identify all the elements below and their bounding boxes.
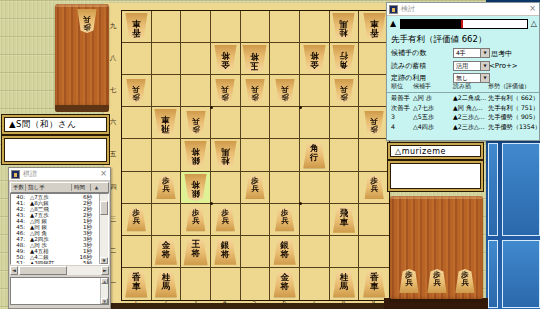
piece-銀将-sente: 銀将	[184, 141, 207, 168]
piece-銀将-gote: 銀将	[214, 238, 237, 265]
setting-candidates: 候補手の数 4手 ▼	[391, 48, 426, 59]
board-cell-5五[interactable]	[241, 139, 271, 171]
piece-歩兵-sente: 歩兵	[245, 79, 265, 103]
piece-銀将-sente: 銀将	[184, 174, 207, 201]
board-cell-1六[interactable]	[122, 107, 152, 139]
evaluation-bar	[400, 19, 528, 29]
board-cell-8一[interactable]: 桂馬	[330, 268, 360, 300]
kifu-title-bar: 棋譜 ×	[9, 168, 110, 181]
board-cell-3七[interactable]	[181, 75, 211, 107]
candidate-eval: 先手有利（ 662）	[488, 93, 539, 103]
board-cell-2八[interactable]	[152, 43, 182, 75]
board-cell-1三[interactable]: 歩兵	[122, 204, 152, 236]
move-text: ▲3四銀打	[26, 260, 72, 265]
board-cell-9七[interactable]	[359, 75, 389, 107]
header-line: 読み筋	[453, 82, 471, 91]
hoshi-dot	[210, 106, 213, 109]
piece-飛車-gote: 飛車	[332, 206, 355, 233]
board-cell-8七[interactable]: 歩兵	[330, 75, 360, 107]
piece-角行-gote: 角行	[303, 141, 326, 168]
gote-mark: △	[531, 19, 537, 28]
board-cell-6五[interactable]	[270, 139, 300, 171]
board-cell-8三[interactable]: 飛車	[330, 204, 360, 236]
hoshi-dot	[299, 106, 302, 109]
file-label-6: 6	[280, 299, 288, 305]
board-cell-6二[interactable]: 銀将	[270, 236, 300, 268]
candidate-eval: 先手有利（ 751）	[488, 103, 539, 113]
board-cell-5四[interactable]: 歩兵	[241, 172, 271, 204]
sente-mark: ▲	[390, 19, 396, 28]
shogi-board: 香車桂馬香車金将玉将金将角行歩兵歩兵歩兵歩兵歩兵飛車歩兵歩兵銀将桂馬角行歩兵銀将…	[104, 3, 390, 303]
board-cell-4五[interactable]: 桂馬	[211, 139, 241, 171]
board-cell-3二[interactable]: 王将	[181, 236, 211, 268]
board-cell-3四[interactable]: 銀将	[181, 172, 211, 204]
kifu-window: 棋譜 × 手数 指し手 時間 ▲ 40:△7五歩6秒41:▲8六銀2秒42:△8…	[8, 167, 111, 309]
piece-歩兵-gote: 歩兵	[399, 269, 419, 293]
board-cell-1一[interactable]: 香車	[122, 268, 152, 300]
move-number: 51:	[11, 260, 26, 265]
piece-歩兵-sente: 歩兵	[77, 9, 97, 33]
board-cell-9六[interactable]: 歩兵	[359, 107, 389, 139]
board-cell-4二[interactable]: 銀将	[211, 236, 241, 268]
accumulation-value: 活用	[456, 62, 468, 69]
analysis-window: 検討 × ▲ △ 先手有利（評価値 662） 候補手の数 4手 ▼ 読みの蓄積 …	[386, 2, 540, 141]
board-cell-8五[interactable]	[330, 139, 360, 171]
piece-歩兵-sente: 歩兵	[126, 79, 146, 103]
board-cell-2五[interactable]	[152, 139, 182, 171]
setting-candidates-label: 候補手の数	[391, 49, 426, 57]
gekisashi-app: 香車桂馬香車金将玉将金将角行歩兵歩兵歩兵歩兵歩兵飛車歩兵歩兵銀将桂馬角行歩兵銀将…	[0, 0, 540, 309]
hoshi-dot	[210, 202, 213, 205]
candidate-line: ▲同 角△...	[453, 103, 483, 113]
evaluation-bar-marker	[461, 20, 463, 28]
evaluation-bar-fill	[401, 20, 461, 28]
dropdown-arrow-icon[interactable]: ▼	[480, 62, 489, 70]
sente-info-box	[2, 136, 109, 164]
board-cell-2九[interactable]	[152, 11, 182, 43]
file-label-3: 3	[191, 299, 199, 305]
board-cell-5二[interactable]	[241, 236, 271, 268]
piece-金将-gote: 金将	[154, 238, 177, 265]
kifu-horizontal-scrollbar[interactable]: ◄ ►	[10, 266, 109, 275]
kifu-header-moveno: 手数	[11, 184, 26, 191]
board-cell-5七[interactable]: 歩兵	[241, 75, 271, 107]
piece-歩兵-gote: 歩兵	[427, 269, 447, 293]
candidate-eval: 先手優勢（1354）	[488, 122, 540, 132]
candidate-line: ▲2三歩△...	[453, 112, 485, 122]
analysis-title: 検討	[401, 4, 528, 14]
piece-歩兵-gote: 歩兵	[364, 175, 384, 199]
kifu-vertical-scrollbar[interactable]: ▼	[99, 194, 108, 264]
candidate-table: 順位 候補手 読み筋 形勢（評価値） 最善手△同 歩▲2二角成...先手有利（ …	[387, 82, 539, 131]
header-eval: 形勢（評価値）	[488, 82, 530, 91]
header-rank: 順位	[391, 82, 403, 91]
board-cell-9五[interactable]	[359, 139, 389, 171]
piece-桂馬-sente: 桂馬	[332, 13, 355, 40]
comment-scroll-up-icon[interactable]: ▲	[101, 278, 108, 284]
piece-香車-gote: 香車	[363, 270, 386, 297]
board-cell-8八[interactable]: 角行	[330, 43, 360, 75]
dropdown-arrow-icon[interactable]: ▼	[480, 74, 489, 82]
kifu-close-button[interactable]: ×	[99, 170, 108, 178]
candidate-row[interactable]: 最善手△同 歩▲2二角成...先手有利（ 662）	[387, 93, 539, 103]
evaluation-bar-row: ▲ △	[387, 18, 539, 30]
piece-歩兵-gote: 歩兵	[275, 207, 295, 231]
board-cell-6一[interactable]: 金将	[270, 268, 300, 300]
candidate-rank: 4	[391, 122, 395, 132]
piece-歩兵-sente: 歩兵	[364, 111, 384, 135]
board-cell-7三[interactable]	[300, 204, 330, 236]
wallpaper-pane	[488, 240, 498, 308]
candidate-row[interactable]: 次善手△7七歩▲同 角△...先手有利（ 751）	[387, 103, 539, 113]
piece-歩兵-gote: 歩兵	[215, 207, 235, 231]
kifu-hscroll-thumb[interactable]	[19, 266, 67, 275]
file-label-2: 2	[162, 299, 170, 305]
board-cell-6三[interactable]: 歩兵	[270, 204, 300, 236]
piece-玉将-sente: 玉将	[242, 45, 267, 73]
gote-stand-shelf	[384, 298, 488, 309]
kifu-scroll-left-icon[interactable]: ◄	[10, 266, 18, 275]
header-candidate: 候補手	[413, 82, 431, 91]
board-cell-3六[interactable]: 歩兵	[181, 107, 211, 139]
piece-香車-sente: 香車	[125, 13, 148, 40]
wallpaper-pane	[488, 143, 498, 236]
sente-piece-stand[interactable]: 歩兵	[55, 4, 109, 107]
piece-歩兵-gote: 歩兵	[186, 207, 206, 231]
candidates-dropdown[interactable]: 4手 ▼	[453, 48, 490, 58]
board-cell-7六[interactable]	[300, 107, 330, 139]
piece-香車-gote: 香車	[125, 270, 148, 297]
kifu-scroll-down-icon[interactable]: ▼	[100, 257, 108, 264]
board-cell-6九[interactable]	[270, 11, 300, 43]
board-cell-9一[interactable]: 香車	[359, 268, 389, 300]
board-cell-2三[interactable]	[152, 204, 182, 236]
board-cell-7二[interactable]	[300, 236, 330, 268]
board-cell-4七[interactable]: 歩兵	[211, 75, 241, 107]
board-cell-3九[interactable]	[181, 11, 211, 43]
board-cell-4九[interactable]	[211, 11, 241, 43]
board-cell-9三[interactable]	[359, 204, 389, 236]
board-cell-7七[interactable]	[300, 75, 330, 107]
piece-歩兵-sente: 歩兵	[275, 79, 295, 103]
evaluation-judgment: 先手有利（評価値 662）	[391, 34, 486, 46]
board-cell-6四[interactable]	[270, 172, 300, 204]
piece-歩兵-sente: 歩兵	[334, 79, 354, 103]
board-cell-2六[interactable]: 飛車	[152, 107, 182, 139]
board-cell-5六[interactable]	[241, 107, 271, 139]
piece-桂馬-gote: 桂馬	[332, 270, 355, 297]
candidate-row[interactable]: 3△5五歩▲2三歩△...先手優勢（ 905）	[387, 112, 539, 122]
board-cell-3一[interactable]	[181, 268, 211, 300]
board-cell-8四[interactable]	[330, 172, 360, 204]
piece-歩兵-gote: 歩兵	[156, 175, 176, 199]
comment-scroll-down-icon[interactable]: ▼	[101, 298, 108, 304]
kifu-header-time: 時間	[72, 184, 91, 191]
board-cell-2四[interactable]: 歩兵	[152, 172, 182, 204]
board-cell-1五[interactable]	[122, 139, 152, 171]
kifu-scroll-up-icon[interactable]: ▲	[91, 185, 100, 190]
kifu-title: 棋譜	[23, 169, 99, 179]
board-cell-9二[interactable]	[359, 236, 389, 268]
piece-飛車-sente: 飛車	[154, 109, 177, 136]
piece-角行-sente: 角行	[332, 45, 355, 72]
setting-accumulation: 読みの蓄積 活用 ▼	[391, 61, 426, 72]
file-label-1: 1	[132, 299, 140, 305]
candidate-table-header: 順位 候補手 読み筋 形勢（評価値）	[387, 82, 539, 93]
file-label-7: 7	[310, 299, 318, 305]
candidate-rank: 3	[391, 112, 395, 122]
sente-stand-shadow	[55, 105, 109, 112]
piece-歩兵-gote: 歩兵	[126, 207, 146, 231]
engine-level: <Pro+>	[489, 62, 518, 70]
board-cell-4四[interactable]	[211, 172, 241, 204]
joseki-value: 無し	[456, 74, 468, 81]
board-cell-5三[interactable]	[241, 204, 271, 236]
board-cell-9八[interactable]	[359, 43, 389, 75]
board-cell-2一[interactable]: 桂馬	[152, 268, 182, 300]
board-cell-8六[interactable]	[330, 107, 360, 139]
file-label-4: 4	[221, 299, 229, 305]
board-cell-4八[interactable]: 金将	[211, 43, 241, 75]
board-cell-2七[interactable]	[152, 75, 182, 107]
setting-accumulation-label: 読みの蓄積	[391, 62, 426, 70]
kifu-move-list: 40:△7五歩6秒41:▲8六銀2秒42:△8三飛2秒43:▲7五歩2秒44:△…	[10, 193, 109, 265]
candidate-move: △4四歩	[413, 122, 434, 132]
piece-香車-sente: 香車	[363, 13, 386, 40]
board-cell-1七[interactable]: 歩兵	[122, 75, 152, 107]
setting-joseki-label: 定跡の利用	[391, 74, 426, 82]
kifu-header-move: 指し手	[26, 184, 72, 191]
gote-info-box	[388, 161, 483, 191]
board-cell-8二[interactable]	[330, 236, 360, 268]
accumulation-dropdown[interactable]: 活用 ▼	[453, 61, 490, 71]
sente-name: ▲S間（和）さん	[9, 119, 76, 131]
board-cell-4一[interactable]	[211, 268, 241, 300]
board-cell-3五[interactable]: 銀将	[181, 139, 211, 171]
board-cell-5八[interactable]: 玉将	[241, 43, 271, 75]
piece-桂馬-gote: 桂馬	[154, 270, 177, 297]
piece-銀将-gote: 銀将	[273, 238, 296, 265]
gote-piece-stand[interactable]: 歩兵歩兵歩兵	[390, 196, 483, 299]
sente-name-plate: ▲S間（和）さん	[2, 115, 109, 134]
board-cell-3三[interactable]: 歩兵	[181, 204, 211, 236]
piece-王将-gote: 王将	[183, 237, 208, 265]
kifu-scroll-right-icon[interactable]: ►	[101, 266, 109, 275]
wallpaper-pane	[502, 143, 540, 236]
piece-金将-sente: 金将	[214, 45, 237, 72]
board-cell-4六[interactable]	[211, 107, 241, 139]
board-cell-9九[interactable]: 香車	[359, 11, 389, 43]
candidate-move: △同 歩	[413, 93, 432, 103]
board-cell-1八[interactable]	[122, 43, 152, 75]
piece-金将-sente: 金将	[303, 45, 326, 72]
candidate-eval: 先手優勢（ 905）	[488, 112, 539, 122]
file-label-8: 8	[340, 299, 348, 305]
thinking-status: 思考中	[491, 49, 512, 59]
candidate-move: △5五歩	[413, 112, 434, 122]
piece-桂馬-sente: 桂馬	[214, 141, 237, 168]
board-cell-5九[interactable]	[241, 11, 271, 43]
kifu-list-header: 手数 指し手 時間 ▲	[10, 182, 109, 193]
candidate-rank: 次善手	[391, 103, 410, 113]
move-time: 5秒	[72, 260, 93, 265]
kifu-window-icon	[11, 170, 20, 179]
candidates-value: 4手	[456, 49, 466, 56]
kifu-vscroll-thumb[interactable]	[100, 201, 108, 215]
board-cell-6六[interactable]	[270, 107, 300, 139]
board-cell-7一[interactable]	[300, 268, 330, 300]
analysis-close-button[interactable]: ×	[528, 5, 537, 13]
board-grid: 香車桂馬香車金将玉将金将角行歩兵歩兵歩兵歩兵歩兵飛車歩兵歩兵銀将桂馬角行歩兵銀将…	[121, 10, 390, 301]
candidate-move: △7七歩	[413, 103, 434, 113]
board-cell-4三[interactable]: 歩兵	[211, 204, 241, 236]
piece-歩兵-sente: 歩兵	[215, 79, 235, 103]
board-cell-6七[interactable]: 歩兵	[270, 75, 300, 107]
hoshi-dot	[299, 202, 302, 205]
kifu-move-row[interactable]: 51:▲3四銀打5秒	[11, 260, 108, 265]
candidate-line: ▲2二角成...	[453, 93, 486, 103]
board-cell-3八[interactable]	[181, 43, 211, 75]
comment-scrollbar[interactable]: ▲ ▼	[100, 278, 108, 304]
analysis-title-bar: 検討 ×	[387, 3, 539, 16]
board-cell-2二[interactable]: 金将	[152, 236, 182, 268]
candidate-rank: 最善手	[391, 93, 410, 103]
piece-歩兵-sente: 歩兵	[186, 111, 206, 135]
kifu-comment-box[interactable]: ▲ ▼	[10, 277, 109, 305]
board-cell-1九[interactable]: 香車	[122, 11, 152, 43]
candidate-line: ▲2三歩△...	[453, 122, 485, 132]
board-cell-6八[interactable]	[270, 43, 300, 75]
board-cell-5一[interactable]	[241, 268, 271, 300]
board-cell-8九[interactable]: 桂馬	[330, 11, 360, 43]
piece-歩兵-gote: 歩兵	[245, 175, 265, 199]
piece-歩兵-gote: 歩兵	[455, 269, 475, 293]
dropdown-arrow-icon[interactable]: ▼	[480, 49, 489, 57]
board-cell-7九[interactable]	[300, 11, 330, 43]
piece-金将-gote: 金将	[273, 270, 296, 297]
gote-name: △murizeme	[395, 147, 446, 156]
board-cell-7八[interactable]: 金将	[300, 43, 330, 75]
board-cell-1二[interactable]	[122, 236, 152, 268]
candidate-row[interactable]: 4△4四歩▲2三歩△...先手優勢（1354）	[387, 122, 539, 132]
file-label-5: 5	[251, 299, 259, 305]
gote-name-plate: △murizeme	[388, 143, 483, 159]
board-cell-9四[interactable]: 歩兵	[359, 172, 389, 204]
analysis-window-icon	[389, 5, 398, 14]
board-cell-7五[interactable]: 角行	[300, 139, 330, 171]
board-cell-7四[interactable]	[300, 172, 330, 204]
wallpaper-pane	[502, 240, 540, 308]
board-cell-1四[interactable]	[122, 172, 152, 204]
file-label-9: 9	[369, 299, 377, 305]
